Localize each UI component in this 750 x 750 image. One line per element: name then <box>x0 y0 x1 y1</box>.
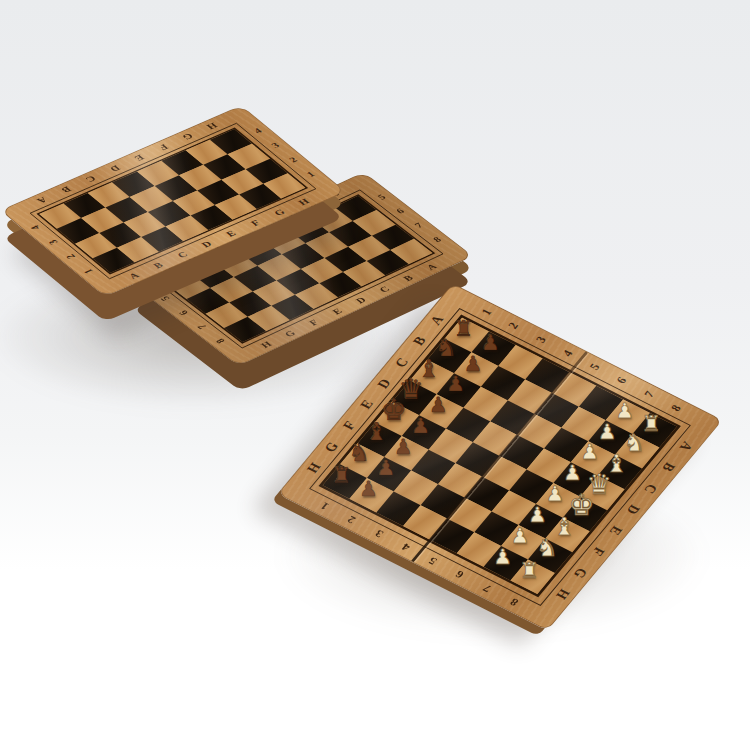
coordinate-label: 8 <box>204 332 237 350</box>
piece-brown-pawn: ♟ <box>446 375 465 394</box>
coordinate-label: B <box>650 455 686 480</box>
piece-brown-pawn: ♟ <box>376 459 395 478</box>
piece-cream-pawn: ♟ <box>615 402 634 421</box>
piece-cream-knight: ♞ <box>536 538 558 560</box>
coordinate-label: 5 <box>149 289 182 307</box>
coordinate-label: E <box>598 518 634 543</box>
piece-brown-knight: ♞ <box>348 443 370 465</box>
coordinate-label: 2 <box>54 248 87 266</box>
piece-cream-pawn: ♟ <box>511 527 530 546</box>
piece-cream-pawn: ♟ <box>546 485 565 504</box>
piece-cream-pawn: ♟ <box>528 506 547 525</box>
open-chess-board: ♜♟♟♜♞♟♟♞♝♟♟♝♛♟♟♛♚♟♟♚♝♟♟♝♞♟♟♞♜♟♟♜12345678… <box>277 283 722 630</box>
coordinate-label: H <box>545 582 581 607</box>
coordinate-label: 3 <box>36 233 69 251</box>
coordinate-label: C <box>633 476 669 501</box>
coordinate-label: 7 <box>185 318 218 336</box>
piece-brown-pawn: ♟ <box>464 354 483 373</box>
piece-cream-pawn: ♟ <box>563 464 582 483</box>
piece-brown-pawn: ♟ <box>411 417 430 436</box>
coordinate-label: 1 <box>72 262 105 280</box>
coordinate-label: G <box>562 560 598 585</box>
piece-cream-pawn: ♟ <box>493 548 512 567</box>
piece-brown-pawn: ♟ <box>481 334 500 353</box>
coordinate-label: 6 <box>167 304 200 322</box>
piece-brown-rook: ♜ <box>332 466 352 486</box>
coordinate-label: 4 <box>19 219 52 237</box>
product-photo-scene: HGFEDCBAHGFEDCBA56785678 ABCDEFGHABCDEFG… <box>0 0 750 750</box>
coordinate-label: F <box>580 539 616 564</box>
coordinate-label: D <box>615 497 651 522</box>
piece-brown-pawn: ♟ <box>359 480 378 499</box>
coordinate-label: A <box>668 434 704 459</box>
piece-cream-pawn: ♟ <box>580 443 599 462</box>
piece-cream-pawn: ♟ <box>598 422 617 441</box>
piece-brown-pawn: ♟ <box>429 396 448 415</box>
piece-brown-pawn: ♟ <box>394 438 413 457</box>
piece-cream-rook: ♜ <box>520 561 540 581</box>
